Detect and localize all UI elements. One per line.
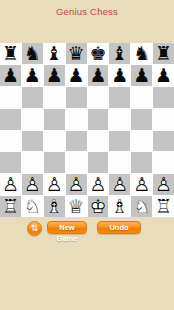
piece-white-king-fill: ♚ [88, 196, 109, 217]
square-g5[interactable] [131, 109, 152, 130]
square-f2[interactable]: ♟♙ [109, 174, 130, 195]
square-h3[interactable] [153, 152, 174, 173]
piece-black-pawn: ♟ [66, 65, 87, 86]
piece-black-pawn: ♟ [0, 65, 21, 86]
square-b6[interactable] [22, 87, 43, 108]
piece-white-knight-fill: ♞ [22, 196, 43, 217]
square-e8[interactable]: ♚ [88, 43, 109, 64]
piece-white-knight: ♘ [131, 196, 152, 217]
square-b4[interactable] [22, 131, 43, 152]
square-d4[interactable] [66, 131, 87, 152]
piece-white-pawn: ♙ [88, 174, 109, 195]
square-a3[interactable] [0, 152, 21, 173]
square-b1[interactable]: ♞♘ [22, 196, 43, 217]
piece-white-bishop: ♗ [44, 196, 65, 217]
square-a1[interactable]: ♜♖ [0, 196, 21, 217]
piece-white-bishop-fill: ♝ [109, 196, 130, 217]
square-d6[interactable] [66, 87, 87, 108]
square-h4[interactable] [153, 131, 174, 152]
piece-white-bishop-fill: ♝ [44, 196, 65, 217]
piece-black-rook: ♜ [153, 43, 174, 64]
piece-black-knight: ♞ [22, 43, 43, 64]
square-h8[interactable]: ♜ [153, 43, 174, 64]
piece-white-pawn-fill: ♟ [131, 174, 152, 195]
square-a7[interactable]: ♟ [0, 65, 21, 86]
app-title: Genius Chess [0, 6, 174, 17]
piece-white-pawn-fill: ♟ [66, 174, 87, 195]
square-e6[interactable] [88, 87, 109, 108]
square-d3[interactable] [66, 152, 87, 173]
piece-white-pawn-fill: ♟ [109, 174, 130, 195]
piece-white-pawn: ♙ [0, 174, 21, 195]
square-d1[interactable]: ♛♕ [66, 196, 87, 217]
piece-black-bishop: ♝ [109, 43, 130, 64]
piece-black-rook: ♜ [0, 43, 21, 64]
piece-white-queen-fill: ♛ [66, 196, 87, 217]
swap-vertical-icon: ⇅ [31, 224, 39, 233]
square-e5[interactable] [88, 109, 109, 130]
square-e7[interactable]: ♟ [88, 65, 109, 86]
piece-white-pawn-fill: ♟ [44, 174, 65, 195]
square-f4[interactable] [109, 131, 130, 152]
square-c2[interactable]: ♟♙ [44, 174, 65, 195]
piece-white-pawn-fill: ♟ [0, 174, 21, 195]
piece-white-pawn: ♙ [22, 174, 43, 195]
square-d8[interactable]: ♛ [66, 43, 87, 64]
square-h7[interactable]: ♟ [153, 65, 174, 86]
square-b7[interactable]: ♟ [22, 65, 43, 86]
piece-black-pawn: ♟ [22, 65, 43, 86]
square-h5[interactable] [153, 109, 174, 130]
chess-board: ♜♞♝♛♚♝♞♜♟♟♟♟♟♟♟♟♟♙♟♙♟♙♟♙♟♙♟♙♟♙♟♙♜♖♞♘♝♗♛♕… [0, 43, 174, 217]
piece-white-knight: ♘ [22, 196, 43, 217]
piece-black-pawn: ♟ [153, 65, 174, 86]
flip-board-button[interactable]: ⇅ [27, 221, 42, 236]
square-h6[interactable] [153, 87, 174, 108]
square-a5[interactable] [0, 109, 21, 130]
square-d5[interactable] [66, 109, 87, 130]
square-b2[interactable]: ♟♙ [22, 174, 43, 195]
square-f8[interactable]: ♝ [109, 43, 130, 64]
square-e4[interactable] [88, 131, 109, 152]
square-c4[interactable] [44, 131, 65, 152]
piece-black-king: ♚ [88, 43, 109, 64]
piece-white-pawn-fill: ♟ [153, 174, 174, 195]
new-game-button[interactable]: New Game [47, 221, 87, 234]
square-g1[interactable]: ♞♘ [131, 196, 152, 217]
square-a4[interactable] [0, 131, 21, 152]
square-g7[interactable]: ♟ [131, 65, 152, 86]
square-e1[interactable]: ♚♔ [88, 196, 109, 217]
square-h2[interactable]: ♟♙ [153, 174, 174, 195]
piece-white-queen: ♕ [66, 196, 87, 217]
piece-black-pawn: ♟ [44, 65, 65, 86]
square-a2[interactable]: ♟♙ [0, 174, 21, 195]
piece-white-pawn: ♙ [44, 174, 65, 195]
piece-white-rook: ♖ [0, 196, 21, 217]
square-g6[interactable] [131, 87, 152, 108]
square-c1[interactable]: ♝♗ [44, 196, 65, 217]
square-f3[interactable] [109, 152, 130, 173]
piece-white-king: ♔ [88, 196, 109, 217]
square-c3[interactable] [44, 152, 65, 173]
square-e2[interactable]: ♟♙ [88, 174, 109, 195]
piece-white-rook-fill: ♜ [0, 196, 21, 217]
square-c6[interactable] [44, 87, 65, 108]
square-g8[interactable]: ♞ [131, 43, 152, 64]
piece-black-pawn: ♟ [131, 65, 152, 86]
controls-bar: ⇅ New Game Undo [0, 218, 174, 242]
piece-white-pawn-fill: ♟ [22, 174, 43, 195]
piece-white-rook: ♖ [153, 196, 174, 217]
piece-white-pawn: ♙ [153, 174, 174, 195]
square-g2[interactable]: ♟♙ [131, 174, 152, 195]
piece-white-pawn: ♙ [66, 174, 87, 195]
square-f6[interactable] [109, 87, 130, 108]
square-f1[interactable]: ♝♗ [109, 196, 130, 217]
square-c5[interactable] [44, 109, 65, 130]
piece-black-pawn: ♟ [88, 65, 109, 86]
undo-button[interactable]: Undo [97, 221, 141, 234]
square-g4[interactable] [131, 131, 152, 152]
piece-white-pawn: ♙ [109, 174, 130, 195]
square-b5[interactable] [22, 109, 43, 130]
square-c7[interactable]: ♟ [44, 65, 65, 86]
square-g3[interactable] [131, 152, 152, 173]
square-f5[interactable] [109, 109, 130, 130]
square-a6[interactable] [0, 87, 21, 108]
square-d7[interactable]: ♟ [66, 65, 87, 86]
square-b3[interactable] [22, 152, 43, 173]
piece-white-bishop: ♗ [109, 196, 130, 217]
square-b8[interactable]: ♞ [22, 43, 43, 64]
piece-black-pawn: ♟ [109, 65, 130, 86]
piece-white-rook-fill: ♜ [153, 196, 174, 217]
square-a8[interactable]: ♜ [0, 43, 21, 64]
piece-black-bishop: ♝ [44, 43, 65, 64]
square-h1[interactable]: ♜♖ [153, 196, 174, 217]
app-screen: Genius Chess ♜♞♝♛♚♝♞♜♟♟♟♟♟♟♟♟♟♙♟♙♟♙♟♙♟♙♟… [0, 0, 174, 310]
piece-black-knight: ♞ [131, 43, 152, 64]
piece-white-pawn-fill: ♟ [88, 174, 109, 195]
square-e3[interactable] [88, 152, 109, 173]
square-f7[interactable]: ♟ [109, 65, 130, 86]
square-d2[interactable]: ♟♙ [66, 174, 87, 195]
square-c8[interactable]: ♝ [44, 43, 65, 64]
piece-black-queen: ♛ [66, 43, 87, 64]
piece-white-knight-fill: ♞ [131, 196, 152, 217]
piece-white-pawn: ♙ [131, 174, 152, 195]
